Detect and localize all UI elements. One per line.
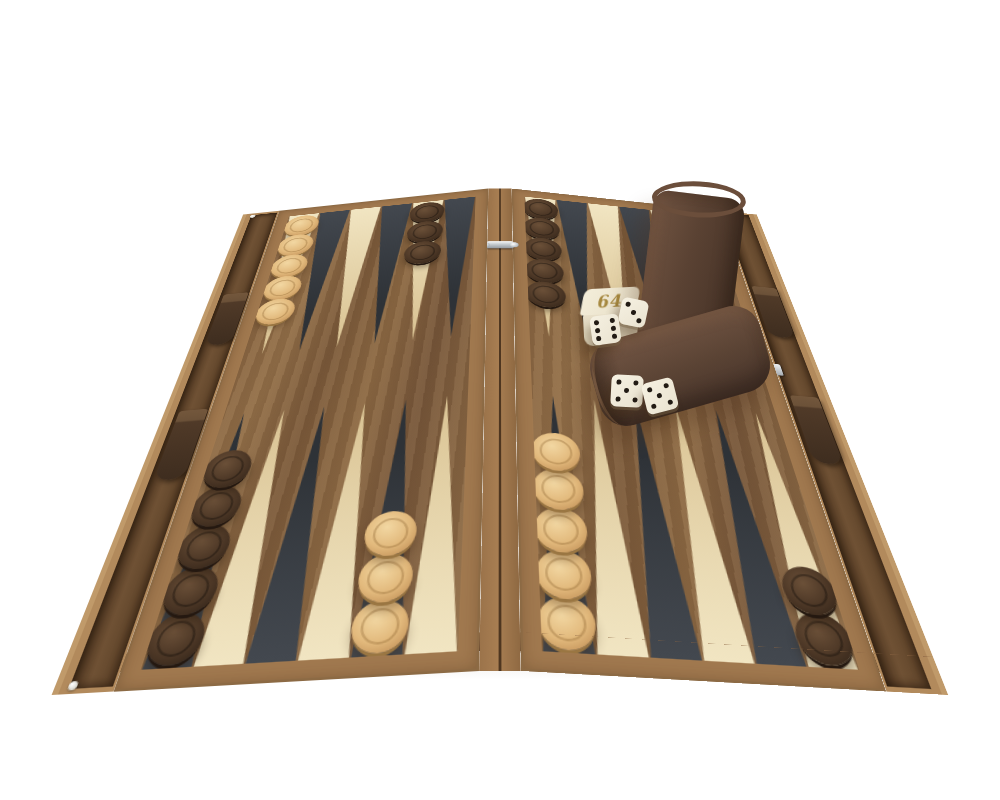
quadrant-bottom-right — [531, 363, 859, 669]
die-pip — [596, 335, 602, 341]
backgammon-board — [13, 188, 986, 671]
checker-light — [355, 552, 415, 604]
point-black — [615, 401, 703, 660]
checker-stack-point-8 — [350, 367, 429, 658]
checker-dark — [526, 280, 567, 309]
point-cream — [297, 401, 385, 660]
die-pip — [636, 318, 642, 324]
die-pip — [631, 310, 637, 316]
right-tray-well — [723, 213, 932, 689]
die-pip — [610, 326, 616, 332]
center-bar — [479, 188, 521, 671]
point-black — [141, 412, 264, 670]
checker-dark — [525, 257, 565, 285]
die-pip — [609, 318, 615, 324]
metal-hinge — [486, 241, 513, 248]
right-rail-tray — [720, 211, 948, 695]
board-front-edge — [515, 632, 934, 674]
board-front-edge — [67, 632, 486, 674]
die-pip — [663, 382, 669, 388]
point-cream — [574, 398, 650, 658]
quadrant-bottom-left — [141, 363, 469, 669]
checker-stack-point-6 — [531, 363, 596, 654]
checker-light — [532, 431, 582, 472]
die-pip — [595, 328, 601, 334]
die-pip — [625, 301, 631, 307]
die — [610, 374, 644, 408]
left-board-leaf — [52, 188, 489, 695]
point-black — [696, 408, 808, 667]
point-black — [532, 394, 596, 654]
die — [617, 296, 649, 328]
wooden-block — [789, 395, 843, 465]
die-pip — [633, 397, 638, 402]
die — [589, 313, 622, 346]
die-pip — [651, 403, 657, 409]
wooden-block — [153, 408, 208, 480]
left-tray-well — [69, 213, 278, 689]
die-pip — [667, 399, 673, 405]
point-cream — [404, 394, 468, 654]
checker-dark — [403, 240, 442, 266]
die-pip — [616, 379, 621, 384]
die-pip — [646, 387, 652, 393]
metal-hinge — [481, 479, 518, 492]
pearl-inlay-dot — [67, 681, 79, 691]
checker-dark — [185, 484, 245, 528]
die-pip — [594, 320, 600, 326]
checker-light — [536, 548, 594, 600]
wooden-block — [204, 292, 248, 346]
checker-light — [533, 467, 586, 512]
checker-light — [362, 509, 419, 557]
point-black — [244, 405, 344, 664]
checker-dark — [790, 611, 859, 667]
checker-light — [348, 598, 411, 655]
die-pip — [633, 380, 638, 385]
checker-dark — [156, 565, 222, 617]
left-playing-half — [114, 188, 488, 691]
product-photo-scene: 64 2 — [0, 0, 1000, 800]
checker-light — [534, 506, 589, 554]
checker-dark — [777, 565, 843, 617]
checker-light — [538, 595, 599, 652]
point-cream — [655, 405, 755, 664]
checker-dark — [172, 523, 235, 571]
checker-dark — [141, 611, 210, 667]
checker-stack-point-1 — [727, 381, 859, 670]
die-pip — [611, 333, 617, 339]
left-field — [141, 197, 475, 670]
point-cream — [193, 408, 305, 667]
checker-stack-point-12 — [141, 381, 273, 670]
pearl-inlay-dot — [921, 681, 933, 691]
die-pip — [615, 397, 620, 402]
cup-opening — [651, 179, 747, 220]
metal-latch — [772, 364, 783, 376]
point-black — [350, 398, 426, 658]
checker-light — [252, 297, 298, 326]
left-rail-tray — [52, 211, 280, 695]
checker-dark — [198, 448, 255, 489]
point-cream — [736, 411, 859, 669]
die-pip — [624, 388, 629, 393]
die-pip — [657, 393, 663, 399]
